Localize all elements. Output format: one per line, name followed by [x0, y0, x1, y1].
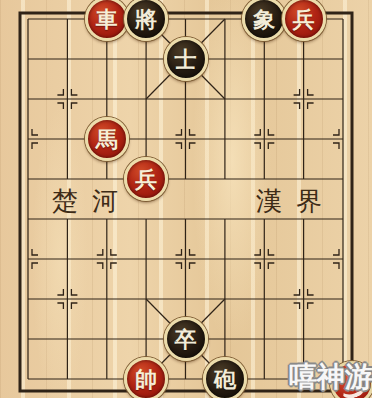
- piece-red-帥[interactable]: 帥: [124, 357, 168, 398]
- piece-black-卒[interactable]: 卒: [164, 317, 208, 361]
- piece-glyph: 車: [96, 8, 118, 30]
- piece-glyph: 卒: [175, 328, 197, 350]
- piece-red-車[interactable]: 車: [85, 0, 129, 41]
- piece-black-士[interactable]: 士: [164, 37, 208, 81]
- xiangqi-board: 楚河 漢界 車將象兵士馬兵卒帥砲 嘻神游: [0, 0, 372, 398]
- river-label-han-jie: 漢界: [256, 188, 336, 214]
- watermark-text: 嘻神游: [289, 362, 372, 392]
- piece-glyph: 將: [135, 8, 157, 30]
- piece-glyph: 砲: [214, 368, 236, 390]
- piece-glyph: 士: [175, 48, 197, 70]
- piece-black-砲[interactable]: 砲: [203, 357, 247, 398]
- piece-red-兵[interactable]: 兵: [282, 0, 326, 41]
- piece-glyph: 帥: [135, 368, 157, 390]
- piece-glyph: 馬: [96, 128, 118, 150]
- piece-red-馬[interactable]: 馬: [85, 117, 129, 161]
- piece-glyph: 兵: [135, 168, 157, 190]
- piece-glyph: 兵: [293, 8, 315, 30]
- piece-glyph: 象: [253, 8, 275, 30]
- piece-red-兵[interactable]: 兵: [124, 157, 168, 201]
- river-label-chu-he: 楚河: [52, 188, 132, 214]
